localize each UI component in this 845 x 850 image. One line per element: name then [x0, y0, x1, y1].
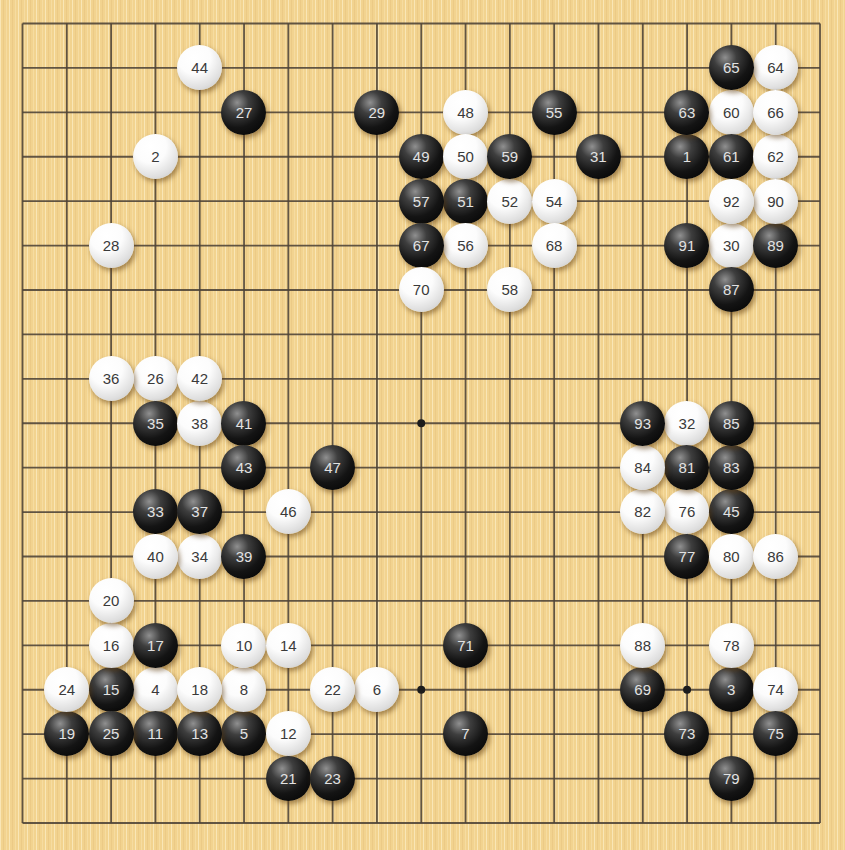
stone-move-number: 71 [457, 638, 474, 653]
white-stone-move-86[interactable]: 86 [753, 534, 798, 579]
stone-move-number: 5 [240, 726, 248, 741]
white-stone-move-90[interactable]: 90 [753, 179, 798, 224]
black-stone-move-81[interactable]: 81 [664, 445, 709, 490]
black-stone-move-35[interactable]: 35 [133, 401, 178, 446]
white-stone-move-28[interactable]: 28 [89, 223, 134, 268]
black-stone-move-33[interactable]: 33 [133, 489, 178, 534]
stone-move-number: 44 [191, 60, 208, 75]
stone-move-number: 67 [413, 238, 430, 253]
black-stone-move-69[interactable]: 69 [620, 667, 665, 712]
stone-move-number: 68 [546, 238, 563, 253]
stone-move-number: 34 [191, 549, 208, 564]
white-stone-move-32[interactable]: 32 [664, 401, 709, 446]
white-stone-move-60[interactable]: 60 [709, 90, 754, 135]
stone-move-number: 90 [767, 194, 784, 209]
white-stone-move-70[interactable]: 70 [399, 267, 444, 312]
black-stone-move-1[interactable]: 1 [664, 134, 709, 179]
white-stone-move-74[interactable]: 74 [753, 667, 798, 712]
white-stone-move-30[interactable]: 30 [709, 223, 754, 268]
stone-move-number: 51 [457, 194, 474, 209]
black-stone-move-25[interactable]: 25 [89, 711, 134, 756]
stone-move-number: 15 [103, 682, 120, 697]
stone-move-number: 84 [634, 460, 651, 475]
stone-move-number: 38 [191, 416, 208, 431]
white-stone-move-62[interactable]: 62 [753, 134, 798, 179]
black-stone-move-31[interactable]: 31 [576, 134, 621, 179]
white-stone-move-52[interactable]: 52 [487, 179, 532, 224]
stone-move-number: 73 [679, 726, 696, 741]
white-stone-move-4[interactable]: 4 [133, 667, 178, 712]
white-stone-move-54[interactable]: 54 [532, 179, 577, 224]
white-stone-move-10[interactable]: 10 [221, 623, 266, 668]
black-stone-move-29[interactable]: 29 [354, 90, 399, 135]
white-stone-move-26[interactable]: 26 [133, 356, 178, 401]
stone-move-number: 49 [413, 149, 430, 164]
stone-move-number: 91 [679, 238, 696, 253]
stone-move-number: 79 [723, 771, 740, 786]
stone-move-number: 45 [723, 504, 740, 519]
stone-move-number: 8 [240, 682, 248, 697]
stone-move-number: 93 [634, 416, 651, 431]
black-stone-move-73[interactable]: 73 [664, 711, 709, 756]
stone-move-number: 40 [147, 549, 164, 564]
black-stone-move-85[interactable]: 85 [709, 401, 754, 446]
black-stone-move-7[interactable]: 7 [443, 711, 488, 756]
white-stone-move-68[interactable]: 68 [532, 223, 577, 268]
stone-move-number: 11 [148, 726, 164, 741]
stone-move-number: 14 [280, 638, 297, 653]
stone-move-number: 59 [501, 149, 518, 164]
white-stone-move-58[interactable]: 58 [487, 267, 532, 312]
white-stone-move-64[interactable]: 64 [753, 45, 798, 90]
stone-move-number: 31 [590, 149, 607, 164]
stone-move-number: 47 [324, 460, 341, 475]
stone-move-number: 23 [324, 771, 341, 786]
stone-move-number: 20 [103, 593, 120, 608]
black-stone-move-5[interactable]: 5 [221, 711, 266, 756]
stone-move-number: 78 [723, 638, 740, 653]
stone-move-number: 52 [501, 194, 518, 209]
stone-move-number: 13 [191, 726, 208, 741]
white-stone-move-50[interactable]: 50 [443, 134, 488, 179]
stone-move-number: 42 [191, 371, 208, 386]
white-stone-move-36[interactable]: 36 [89, 356, 134, 401]
white-stone-move-22[interactable]: 22 [310, 667, 355, 712]
stone-move-number: 29 [369, 105, 386, 120]
black-stone-move-23[interactable]: 23 [310, 756, 355, 801]
stone-move-number: 69 [634, 682, 651, 697]
stone-move-number: 80 [723, 549, 740, 564]
white-stone-move-2[interactable]: 2 [133, 134, 178, 179]
go-board-intersections[interactable]: 1234567810111213141516171819202122232425… [0, 1, 842, 845]
stone-move-number: 25 [103, 726, 120, 741]
stone-move-number: 77 [679, 549, 696, 564]
stone-move-number: 7 [461, 726, 469, 741]
black-stone-move-65[interactable]: 65 [709, 45, 754, 90]
black-stone-move-79[interactable]: 79 [709, 756, 754, 801]
white-stone-move-24[interactable]: 24 [44, 667, 89, 712]
black-stone-move-27[interactable]: 27 [221, 90, 266, 135]
black-stone-move-21[interactable]: 21 [266, 756, 311, 801]
stone-move-number: 56 [457, 238, 474, 253]
stone-move-number: 60 [723, 105, 740, 120]
stone-move-number: 64 [767, 60, 784, 75]
stone-move-number: 33 [147, 504, 164, 519]
stone-move-number: 82 [634, 504, 651, 519]
black-stone-move-3[interactable]: 3 [709, 667, 754, 712]
stone-move-number: 2 [151, 149, 159, 164]
white-stone-move-12[interactable]: 12 [266, 711, 311, 756]
go-board: 1234567810111213141516171819202122232425… [0, 0, 845, 850]
white-stone-move-84[interactable]: 84 [620, 445, 665, 490]
stone-move-number: 4 [151, 682, 159, 697]
stone-move-number: 39 [236, 549, 253, 564]
black-stone-move-13[interactable]: 13 [177, 711, 222, 756]
black-stone-move-45[interactable]: 45 [709, 489, 754, 534]
black-stone-move-63[interactable]: 63 [664, 90, 709, 135]
stone-move-number: 10 [236, 638, 253, 653]
stone-move-number: 50 [457, 149, 474, 164]
stone-move-number: 57 [413, 194, 430, 209]
stone-move-number: 75 [767, 726, 784, 741]
stone-move-number: 61 [723, 149, 740, 164]
stone-move-number: 86 [767, 549, 784, 564]
stone-move-number: 3 [727, 682, 735, 697]
stone-move-number: 58 [501, 282, 518, 297]
white-stone-move-38[interactable]: 38 [177, 401, 222, 446]
stone-move-number: 30 [723, 238, 740, 253]
black-stone-move-15[interactable]: 15 [89, 667, 134, 712]
stone-move-number: 87 [723, 282, 740, 297]
black-stone-move-55[interactable]: 55 [532, 90, 577, 135]
white-stone-move-82[interactable]: 82 [620, 489, 665, 534]
stone-move-number: 36 [103, 371, 120, 386]
black-stone-move-57[interactable]: 57 [399, 179, 444, 224]
stone-move-number: 66 [767, 105, 784, 120]
black-stone-move-51[interactable]: 51 [443, 179, 488, 224]
white-stone-move-76[interactable]: 76 [664, 489, 709, 534]
stone-move-number: 21 [280, 771, 297, 786]
stone-move-number: 18 [191, 682, 208, 697]
stone-move-number: 41 [236, 416, 253, 431]
stone-move-number: 62 [767, 149, 784, 164]
stone-move-number: 35 [147, 416, 164, 431]
stone-move-number: 65 [723, 60, 740, 75]
stone-move-number: 83 [723, 460, 740, 475]
black-stone-move-47[interactable]: 47 [310, 445, 355, 490]
white-stone-move-80[interactable]: 80 [709, 534, 754, 579]
black-stone-move-37[interactable]: 37 [177, 489, 222, 534]
stone-move-number: 89 [767, 238, 784, 253]
stone-move-number: 27 [236, 105, 253, 120]
black-stone-move-39[interactable]: 39 [221, 534, 266, 579]
black-stone-move-91[interactable]: 91 [664, 223, 709, 268]
stone-move-number: 46 [280, 504, 297, 519]
stone-move-number: 26 [147, 371, 164, 386]
stone-move-number: 85 [723, 416, 740, 431]
black-stone-move-87[interactable]: 87 [709, 267, 754, 312]
stone-move-number: 12 [280, 726, 297, 741]
stone-move-number: 43 [236, 460, 253, 475]
white-stone-move-88[interactable]: 88 [620, 623, 665, 668]
white-stone-move-40[interactable]: 40 [133, 534, 178, 579]
stone-move-number: 48 [457, 105, 474, 120]
white-stone-move-48[interactable]: 48 [443, 90, 488, 135]
black-stone-move-43[interactable]: 43 [221, 445, 266, 490]
stone-move-number: 81 [679, 460, 696, 475]
stone-move-number: 92 [723, 194, 740, 209]
white-stone-move-6[interactable]: 6 [354, 667, 399, 712]
stone-move-number: 17 [147, 638, 164, 653]
stone-move-number: 24 [58, 682, 75, 697]
stone-move-number: 63 [679, 105, 696, 120]
white-stone-move-66[interactable]: 66 [753, 90, 798, 135]
white-stone-move-78[interactable]: 78 [709, 623, 754, 668]
black-stone-move-17[interactable]: 17 [133, 623, 178, 668]
black-stone-move-41[interactable]: 41 [221, 401, 266, 446]
white-stone-move-18[interactable]: 18 [177, 667, 222, 712]
stone-move-number: 32 [679, 416, 696, 431]
black-stone-move-93[interactable]: 93 [620, 401, 665, 446]
stone-move-number: 74 [767, 682, 784, 697]
stone-move-number: 55 [546, 105, 563, 120]
black-stone-move-83[interactable]: 83 [709, 445, 754, 490]
stone-move-number: 22 [324, 682, 341, 697]
stone-move-number: 88 [634, 638, 651, 653]
white-stone-move-42[interactable]: 42 [177, 356, 222, 401]
black-stone-move-59[interactable]: 59 [487, 134, 532, 179]
white-stone-move-34[interactable]: 34 [177, 534, 222, 579]
stone-move-number: 70 [413, 282, 430, 297]
stone-move-number: 76 [679, 504, 696, 519]
white-stone-move-8[interactable]: 8 [221, 667, 266, 712]
stone-move-number: 37 [191, 504, 208, 519]
black-stone-move-49[interactable]: 49 [399, 134, 444, 179]
black-stone-move-75[interactable]: 75 [753, 711, 798, 756]
stone-move-number: 19 [58, 726, 75, 741]
black-stone-move-61[interactable]: 61 [709, 134, 754, 179]
white-stone-move-92[interactable]: 92 [709, 179, 754, 224]
white-stone-move-44[interactable]: 44 [177, 45, 222, 90]
stone-move-number: 28 [103, 238, 120, 253]
stone-move-number: 54 [546, 194, 563, 209]
black-stone-move-19[interactable]: 19 [44, 711, 89, 756]
white-stone-move-46[interactable]: 46 [266, 489, 311, 534]
black-stone-move-77[interactable]: 77 [664, 534, 709, 579]
white-stone-move-20[interactable]: 20 [89, 578, 134, 623]
white-stone-move-56[interactable]: 56 [443, 223, 488, 268]
white-stone-move-16[interactable]: 16 [89, 623, 134, 668]
black-stone-move-11[interactable]: 11 [133, 711, 178, 756]
stone-move-number: 6 [373, 682, 381, 697]
black-stone-move-89[interactable]: 89 [753, 223, 798, 268]
stone-move-number: 16 [103, 638, 120, 653]
black-stone-move-67[interactable]: 67 [399, 223, 444, 268]
stone-move-number: 1 [683, 149, 691, 164]
white-stone-move-14[interactable]: 14 [266, 623, 311, 668]
black-stone-move-71[interactable]: 71 [443, 623, 488, 668]
